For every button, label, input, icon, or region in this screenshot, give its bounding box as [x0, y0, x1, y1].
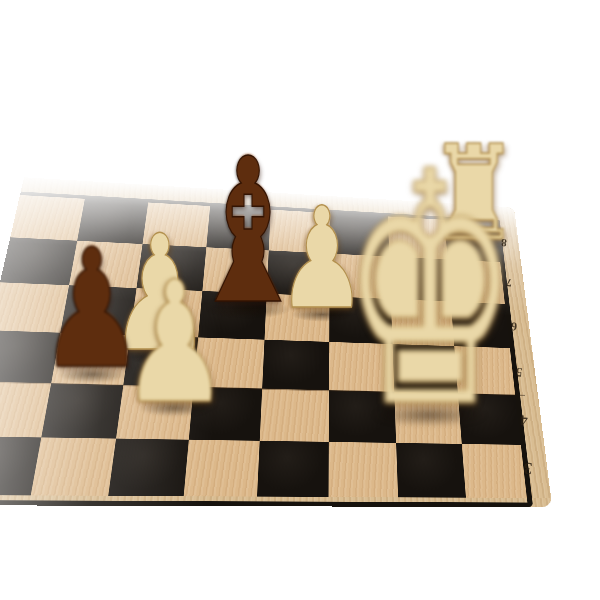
king-glyph: ♚	[341, 130, 520, 452]
pawn-glyph: ♟	[121, 259, 229, 427]
white-king-g4[interactable]: ♚	[286, 130, 575, 420]
rank-label-6: 6	[510, 318, 517, 333]
chessboard-photo: 8 7 6 5 4 3 ♜ ♝ ♟ ♟ ♟ ♟ ♚	[0, 0, 600, 600]
rank-label-7: 7	[506, 277, 512, 289]
white-pawn-c4[interactable]: ♟	[100, 259, 251, 410]
rank-label-8: 8	[501, 237, 507, 249]
rank-label-4: 4	[520, 411, 529, 428]
rank-label-3: 3	[523, 458, 533, 479]
rank-label-5: 5	[515, 364, 523, 380]
